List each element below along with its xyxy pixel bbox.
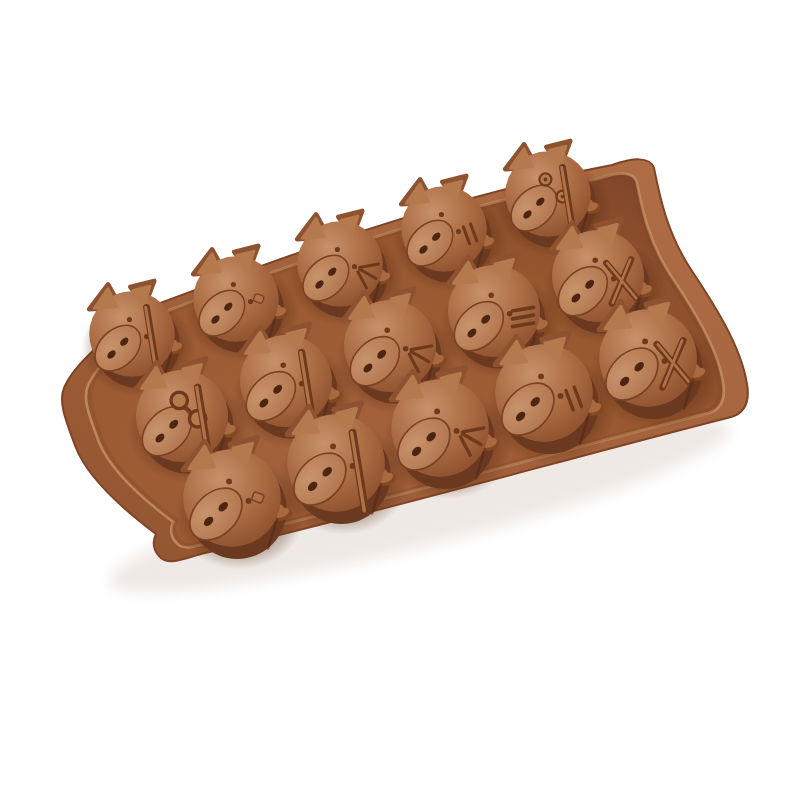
mold-illustration xyxy=(0,0,800,800)
product-photo xyxy=(0,0,800,800)
